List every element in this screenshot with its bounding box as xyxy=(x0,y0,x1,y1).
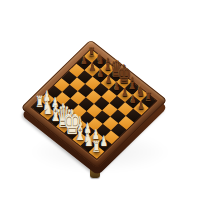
piece-white-rook[interactable]: ♜ xyxy=(92,140,101,155)
chess-set-photo: ♜♞♝♛♚♝♞♜♟♟♟♟♟♟♟♟♟♟♟♟♟♟♟♟♜♞♝♛♚♝♞♜ xyxy=(0,0,200,200)
piece-brown-rook[interactable]: ♜ xyxy=(88,47,95,59)
piece-brown-pawn[interactable]: ♟ xyxy=(138,100,144,111)
piece-brown-pawn[interactable]: ♟ xyxy=(89,61,95,72)
piece-brown-pawn[interactable]: ♟ xyxy=(97,67,103,78)
piece-brown-pawn[interactable]: ♟ xyxy=(122,87,128,98)
piece-white-pawn[interactable]: ♟ xyxy=(100,134,107,147)
piece-brown-rook[interactable]: ♜ xyxy=(145,92,152,104)
piece-brown-pawn[interactable]: ♟ xyxy=(105,74,111,85)
piece-brown-pawn[interactable]: ♟ xyxy=(114,80,120,91)
piece-brown-knight[interactable]: ♞ xyxy=(136,83,144,97)
piece-brown-pawn[interactable]: ♟ xyxy=(81,55,87,66)
piece-brown-pawn[interactable]: ♟ xyxy=(130,93,136,104)
